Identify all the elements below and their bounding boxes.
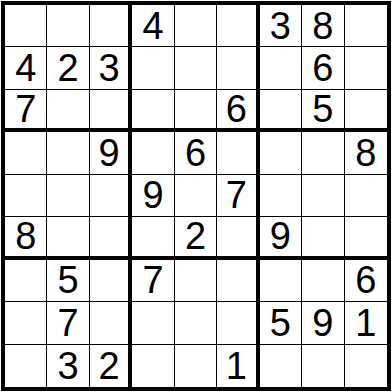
cell-r6c2[interactable] [47,217,89,259]
cell-r4c8[interactable] [302,132,344,174]
cell-r9c3[interactable]: 2 [90,345,132,387]
cell-r9c5[interactable] [175,345,217,387]
cell-r1c3[interactable] [90,5,132,47]
cell-r3c1[interactable]: 7 [5,90,47,132]
cell-r2c7[interactable] [260,47,302,89]
cell-r5c1[interactable] [5,175,47,217]
cell-r9c7[interactable] [260,345,302,387]
cell-r7c6[interactable] [217,260,259,302]
cell-r8c1[interactable] [5,302,47,344]
cell-r8c3[interactable] [90,302,132,344]
cell-r5c6[interactable]: 7 [217,175,259,217]
cell-r5c2[interactable] [47,175,89,217]
cell-r4c5[interactable]: 6 [175,132,217,174]
cell-r2c1[interactable]: 4 [5,47,47,89]
cell-r6c9[interactable] [345,217,387,259]
cell-r7c4[interactable]: 7 [132,260,174,302]
cell-r1c9[interactable] [345,5,387,47]
cell-r4c6[interactable] [217,132,259,174]
cell-r3c7[interactable] [260,90,302,132]
cell-r8c8[interactable]: 9 [302,302,344,344]
cell-r5c4[interactable]: 9 [132,175,174,217]
cell-r7c9[interactable]: 6 [345,260,387,302]
cell-r2c5[interactable] [175,47,217,89]
cell-r4c4[interactable] [132,132,174,174]
cell-r8c9[interactable]: 1 [345,302,387,344]
cell-r7c1[interactable] [5,260,47,302]
cell-r7c2[interactable]: 5 [47,260,89,302]
cell-r5c9[interactable] [345,175,387,217]
cell-r5c7[interactable] [260,175,302,217]
cell-r1c1[interactable] [5,5,47,47]
cell-r6c5[interactable]: 2 [175,217,217,259]
sudoku-page: 4384236765968978295767591321 [0,0,392,392]
cell-r5c5[interactable] [175,175,217,217]
cell-r1c5[interactable] [175,5,217,47]
cell-r9c9[interactable] [345,345,387,387]
cell-r6c8[interactable] [302,217,344,259]
cell-r6c7[interactable]: 9 [260,217,302,259]
cell-r1c7[interactable]: 3 [260,5,302,47]
cell-r7c7[interactable] [260,260,302,302]
cell-r8c2[interactable]: 7 [47,302,89,344]
cell-r8c4[interactable] [132,302,174,344]
cell-r7c5[interactable] [175,260,217,302]
cell-r2c6[interactable] [217,47,259,89]
cell-r8c7[interactable]: 5 [260,302,302,344]
cell-r9c2[interactable]: 3 [47,345,89,387]
cell-r9c4[interactable] [132,345,174,387]
cell-r6c1[interactable]: 8 [5,217,47,259]
cell-r7c3[interactable] [90,260,132,302]
cell-r4c3[interactable]: 9 [90,132,132,174]
cell-r4c1[interactable] [5,132,47,174]
cell-r1c6[interactable] [217,5,259,47]
cell-r1c2[interactable] [47,5,89,47]
sudoku-board: 4384236765968978295767591321 [1,1,391,391]
cell-r5c3[interactable] [90,175,132,217]
cell-r1c8[interactable]: 8 [302,5,344,47]
cell-r9c6[interactable]: 1 [217,345,259,387]
cell-r3c6[interactable]: 6 [217,90,259,132]
cell-r9c8[interactable] [302,345,344,387]
cell-r2c8[interactable]: 6 [302,47,344,89]
cell-r2c4[interactable] [132,47,174,89]
cell-r7c8[interactable] [302,260,344,302]
cell-r8c5[interactable] [175,302,217,344]
cell-r6c6[interactable] [217,217,259,259]
cell-r2c2[interactable]: 2 [47,47,89,89]
cell-r4c2[interactable] [47,132,89,174]
cell-r3c5[interactable] [175,90,217,132]
cell-r3c3[interactable] [90,90,132,132]
cell-r5c8[interactable] [302,175,344,217]
cell-r1c4[interactable]: 4 [132,5,174,47]
cell-r3c8[interactable]: 5 [302,90,344,132]
cell-r4c7[interactable] [260,132,302,174]
cell-r9c1[interactable] [5,345,47,387]
cell-r6c4[interactable] [132,217,174,259]
cell-r4c9[interactable]: 8 [345,132,387,174]
cell-r2c9[interactable] [345,47,387,89]
cell-r8c6[interactable] [217,302,259,344]
cell-r2c3[interactable]: 3 [90,47,132,89]
cell-r3c9[interactable] [345,90,387,132]
cell-r3c4[interactable] [132,90,174,132]
cell-r3c2[interactable] [47,90,89,132]
cell-r6c3[interactable] [90,217,132,259]
